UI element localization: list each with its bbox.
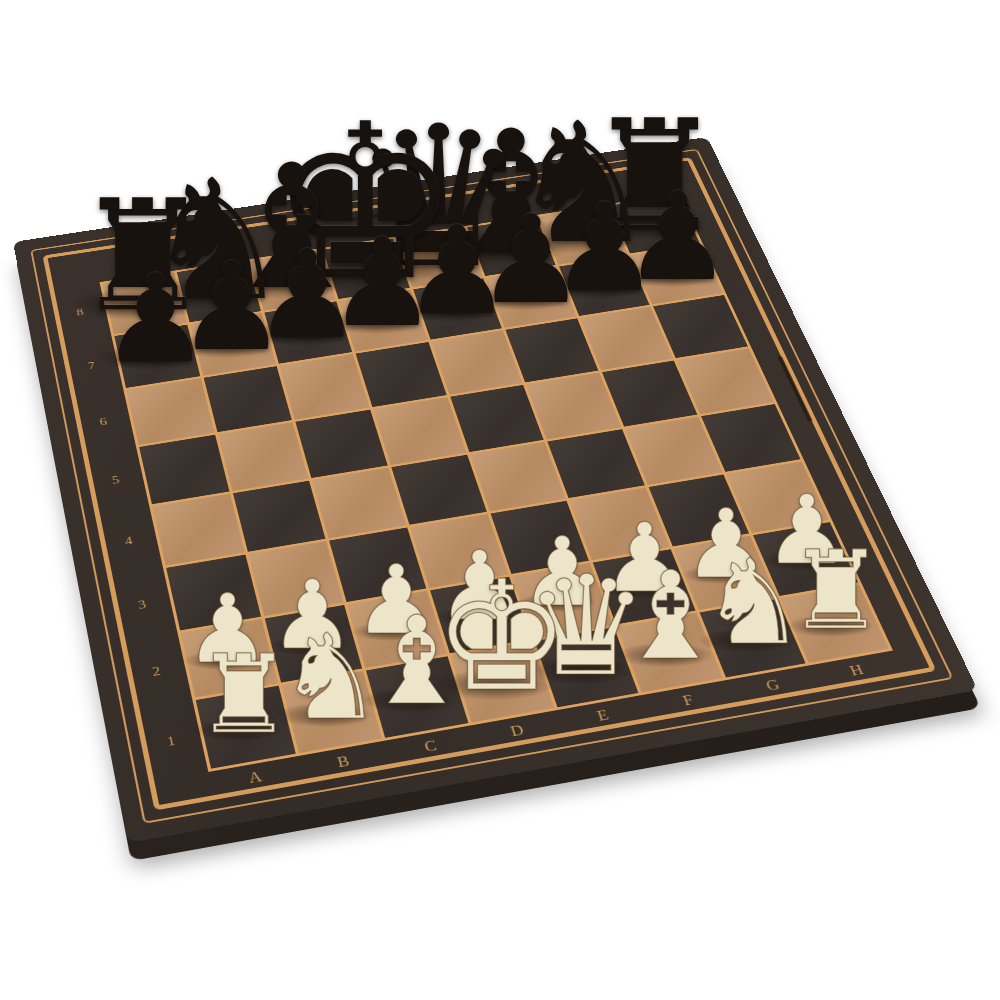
rank-label-6: 6 (98, 415, 109, 428)
rank-label-4: 4 (123, 534, 134, 548)
square-b4[interactable] (233, 480, 326, 552)
square-c4[interactable] (312, 467, 406, 538)
square-c5[interactable] (296, 410, 388, 478)
edge-print-marking-right (777, 356, 813, 422)
file-label-b: B (335, 753, 352, 771)
chess-set-photo: 87654321ABCDEFGH ♜♞♝♚♛♝♞♜♟♟♟♟♟♟♟♟♟♟♟♟♟♟♟… (0, 0, 1000, 1000)
rank-label-3: 3 (137, 597, 149, 612)
piece-black-pawn-a7[interactable]: ♟ (94, 258, 216, 380)
square-d5[interactable] (373, 397, 466, 465)
file-label-g: G (764, 677, 783, 695)
rank-label-1: 1 (165, 733, 177, 749)
rank-label-2: 2 (151, 663, 163, 679)
piece-white-rook-a1[interactable]: ♜ (190, 641, 299, 750)
square-b5[interactable] (218, 422, 309, 491)
rank-label-5: 5 (111, 473, 122, 487)
square-a5[interactable] (139, 435, 229, 504)
file-label-a: A (247, 768, 264, 787)
file-label-c: C (423, 737, 440, 755)
file-label-f: F (681, 692, 697, 709)
square-a4[interactable] (152, 493, 244, 565)
file-label-e: E (595, 707, 612, 725)
square-d4[interactable] (391, 454, 486, 524)
file-label-h: H (847, 662, 867, 679)
